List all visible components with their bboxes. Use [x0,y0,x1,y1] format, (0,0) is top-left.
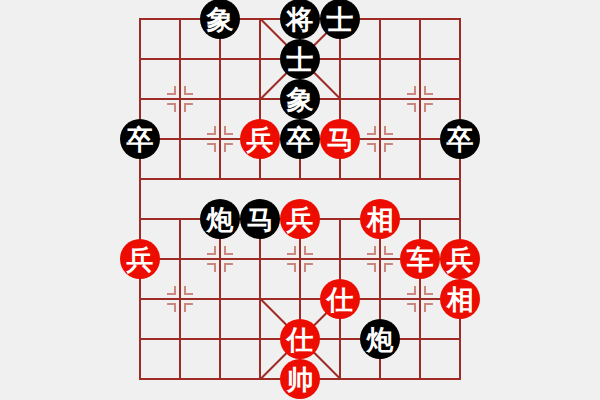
piece-black-soldier-3[interactable]: 卒 [440,119,480,159]
xiangqi-board: 象将士士象卒兵卒马卒炮马兵相兵车兵仕相仕炮帅 [0,0,600,400]
piece-black-elephant-1[interactable]: 象 [200,0,240,39]
piece-black-advisor-1[interactable]: 士 [320,0,360,39]
piece-black-soldier-2[interactable]: 卒 [280,119,320,159]
piece-black-cannon-2[interactable]: 炮 [360,319,400,359]
piece-black-general[interactable]: 将 [280,0,320,39]
piece-red-general[interactable]: 帅 [280,359,320,399]
piece-black-cannon-1[interactable]: 炮 [200,199,240,239]
piece-red-soldier-4[interactable]: 兵 [440,239,480,279]
piece-red-soldier-2[interactable]: 兵 [280,199,320,239]
piece-black-soldier-1[interactable]: 卒 [120,119,160,159]
piece-red-horse-1[interactable]: 马 [320,119,360,159]
piece-red-elephant-1[interactable]: 相 [360,199,400,239]
piece-black-horse-1[interactable]: 马 [240,199,280,239]
piece-red-soldier-1[interactable]: 兵 [240,119,280,159]
piece-black-advisor-2[interactable]: 士 [280,39,320,79]
piece-red-advisor-1[interactable]: 仕 [320,279,360,319]
piece-red-advisor-2[interactable]: 仕 [280,319,320,359]
pieces-grid: 象将士士象卒兵卒马卒炮马兵相兵车兵仕相仕炮帅 [120,0,480,399]
piece-red-elephant-2[interactable]: 相 [440,279,480,319]
piece-red-chariot[interactable]: 车 [400,239,440,279]
piece-black-elephant-2[interactable]: 象 [280,79,320,119]
piece-red-soldier-3[interactable]: 兵 [120,239,160,279]
